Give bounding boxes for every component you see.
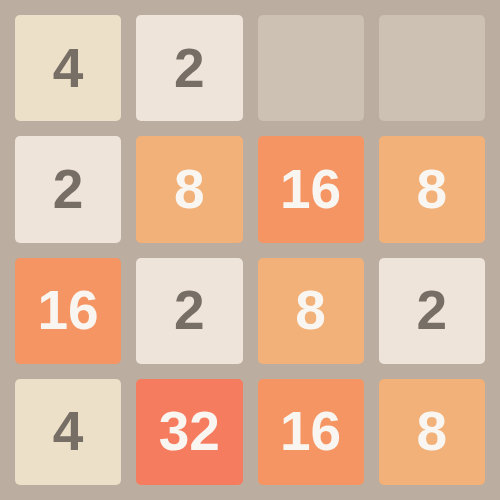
tile-16: 16 xyxy=(258,136,364,242)
tile-value: 16 xyxy=(280,162,341,217)
tile-16: 16 xyxy=(15,258,121,364)
tile-value: 16 xyxy=(280,404,341,459)
tile-value: 8 xyxy=(417,404,448,459)
tile-4: 4 xyxy=(15,15,121,121)
tile-8: 8 xyxy=(136,136,242,242)
tile-value: 8 xyxy=(295,283,326,338)
tile-8: 8 xyxy=(379,136,485,242)
tile-32: 32 xyxy=(136,379,242,485)
tile-16: 16 xyxy=(258,379,364,485)
tile-2: 2 xyxy=(136,15,242,121)
tile-value: 2 xyxy=(417,283,448,338)
tile-value: 2 xyxy=(53,162,84,217)
tile-value: 4 xyxy=(53,41,84,96)
tile-4: 4 xyxy=(15,379,121,485)
tile-value: 4 xyxy=(53,404,84,459)
tile-value: 8 xyxy=(174,162,205,217)
tile-value: 8 xyxy=(417,162,448,217)
tile-value: 32 xyxy=(159,404,220,459)
tile-8: 8 xyxy=(379,379,485,485)
tile-value: 2 xyxy=(174,283,205,338)
tile-value: 16 xyxy=(38,283,99,338)
tile-8: 8 xyxy=(258,258,364,364)
board-2048[interactable]: 422816816282432168 xyxy=(0,0,500,500)
empty-cell xyxy=(258,15,364,121)
tile-value: 2 xyxy=(174,41,205,96)
tile-2: 2 xyxy=(15,136,121,242)
tile-2: 2 xyxy=(379,258,485,364)
empty-cell xyxy=(379,15,485,121)
tile-2: 2 xyxy=(136,258,242,364)
